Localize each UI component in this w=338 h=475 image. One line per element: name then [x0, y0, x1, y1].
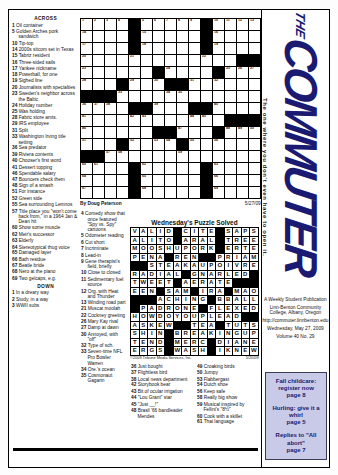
- grid-cell-r12c14[interactable]: [237, 151, 248, 162]
- grid-cell-r14c7[interactable]: [153, 175, 164, 186]
- grid-cell-r7c4[interactable]: 33: [117, 91, 128, 102]
- grid-cell-r14c4[interactable]: [117, 175, 128, 186]
- grid-cell-r11c10[interactable]: 55: [189, 139, 200, 150]
- solved-cell-r11c15: [250, 313, 258, 321]
- cell-number-66: 66: [214, 174, 218, 177]
- clue-number: 23: [12, 91, 19, 96]
- grid-cell-r3c1[interactable]: 17: [81, 43, 92, 54]
- cell-number-32: 32: [214, 78, 218, 81]
- grid-cell-r5c11[interactable]: [201, 67, 212, 78]
- grid-cell-r13c2[interactable]: 61: [93, 163, 104, 174]
- grid-cell-r14c8[interactable]: [165, 175, 176, 186]
- grid-cell-r13c13[interactable]: [225, 163, 236, 174]
- clue-number: 54: [197, 383, 204, 388]
- grid-cell-r2c14[interactable]: [237, 31, 248, 42]
- cell-number-47: 47: [178, 126, 182, 129]
- solved-cell-r8c13: M: [233, 288, 241, 296]
- grid-cell-r13c8[interactable]: [165, 163, 176, 174]
- clue-down-60: 60 Cook with a skillet: [197, 413, 259, 418]
- grid-cell-r7c14[interactable]: [237, 91, 248, 102]
- grid-cell-r5c3[interactable]: [105, 67, 116, 78]
- grid-cell-r1c7[interactable]: 6: [153, 19, 164, 30]
- clue-number: 25: [12, 109, 19, 114]
- clue-across-69: 69 Two gelcaps, e.g.: [12, 276, 79, 281]
- clue-down-43: 43 Bit of ocular irrigation: [131, 389, 194, 394]
- clue-number: 5: [12, 29, 16, 34]
- clue-number: 60: [197, 413, 204, 418]
- grid-cell-r2c6[interactable]: 15: [141, 31, 152, 42]
- grid-cell-r14c14[interactable]: [237, 175, 248, 186]
- grid-cell-r1c4[interactable]: 4: [117, 19, 128, 30]
- solved-cell-r6c3: D: [148, 271, 156, 279]
- solved-cell-r13c9: A: [199, 330, 207, 338]
- grid-cell-r3c7[interactable]: [153, 43, 164, 54]
- clue-down-26: 26 Mary Kay rival: [81, 319, 127, 324]
- grid-cell-r1c13[interactable]: 11: [225, 19, 236, 30]
- grid-cell-r8c2[interactable]: 37: [93, 103, 104, 114]
- grid-cell-r6c6[interactable]: [141, 79, 152, 90]
- cell-number-50: 50: [250, 126, 254, 129]
- across-clues-column: ACROSS 1 Oil container5 Golden Arches po…: [12, 15, 79, 309]
- grid-cell-r4c15: [249, 55, 260, 66]
- grid-cell-r1c10[interactable]: 9: [189, 19, 200, 30]
- grid-cell-r12c3[interactable]: 57: [105, 151, 116, 162]
- grid-cell-r15c6[interactable]: 68: [141, 187, 152, 198]
- grid-cell-r6c7[interactable]: 30: [153, 79, 164, 90]
- grid-cell-r11c7[interactable]: 53: [153, 139, 164, 150]
- grid-cell-r10c13[interactable]: 48: [225, 127, 236, 138]
- clue-number: 51: [12, 190, 19, 195]
- grid-cell-r11c13[interactable]: [225, 139, 236, 150]
- grid-cell-r5c9[interactable]: [177, 67, 188, 78]
- cell-number-63: 63: [214, 162, 218, 165]
- grid-cell-r9c1[interactable]: 41: [81, 115, 92, 126]
- grid-cell-r4c7[interactable]: [153, 55, 164, 66]
- grid-cell-r12c10[interactable]: [189, 151, 200, 162]
- clue-number: 14: [12, 47, 19, 52]
- grid-cell-r13c9[interactable]: [177, 163, 188, 174]
- grid-cell-r7c11[interactable]: [201, 91, 212, 102]
- grid-cell-r3c14[interactable]: [237, 43, 248, 54]
- grid-cell-r5c14[interactable]: 26: [237, 67, 248, 78]
- grid-cell-r3c6[interactable]: 18: [141, 43, 152, 54]
- grid-cell-r1c8[interactable]: 7: [165, 19, 176, 30]
- grid-cell-r15c2[interactable]: [93, 187, 104, 198]
- grid-cell-r13c14[interactable]: [237, 163, 248, 174]
- grid-cell-r13c10[interactable]: [189, 163, 200, 174]
- grid-cell-r13c6[interactable]: 62: [141, 163, 152, 174]
- solved-cell-r6c11: R: [216, 271, 224, 279]
- grid-cell-r1c6[interactable]: 5: [141, 19, 152, 30]
- grid-cell-r9c14: [237, 115, 248, 126]
- grid-cell-r13c4[interactable]: [117, 163, 128, 174]
- grid-cell-r12c11[interactable]: [201, 151, 212, 162]
- grid-cell-r2c10[interactable]: [189, 31, 200, 42]
- grid-cell-r4c3[interactable]: [105, 55, 116, 66]
- crossword-grid[interactable]: 1234567891011121314151617181920212223242…: [80, 18, 261, 199]
- solved-cell-r7c12: E: [225, 279, 233, 287]
- grid-cell-r5c1[interactable]: 23: [81, 67, 92, 78]
- grid-cell-r13c12[interactable]: 63: [213, 163, 224, 174]
- clue-down-21: 21 Muscat moolah: [81, 306, 127, 311]
- solved-cell-r14c11: D: [216, 339, 224, 347]
- grid-cell-r3c15[interactable]: [249, 43, 260, 54]
- grid-cell-r8c4[interactable]: [117, 103, 128, 114]
- grid-cell-r15c14[interactable]: [237, 187, 248, 198]
- grid-cell-r11c6[interactable]: [141, 139, 152, 150]
- grid-cell-r10c9[interactable]: 47: [177, 127, 188, 138]
- grid-cell-r7c10[interactable]: [189, 91, 200, 102]
- cell-number-19: 19: [214, 42, 218, 45]
- grid-cell-r1c1[interactable]: 1: [81, 19, 92, 30]
- grid-cell-r1c14[interactable]: 12: [237, 19, 248, 30]
- solved-cell-r2c7: A: [182, 237, 190, 245]
- solved-cell-r11c3: W: [148, 313, 156, 321]
- down-clues-column-2: 4 Comedy show that once featured "Spy vs…: [81, 211, 127, 385]
- grid-cell-r6c15[interactable]: [249, 79, 260, 90]
- grid-cell-r8c15[interactable]: [249, 103, 260, 114]
- grid-cell-r5c10[interactable]: [189, 67, 200, 78]
- clue-across-66: 66 Bath residue: [12, 257, 79, 262]
- cell-number-55: 55: [190, 138, 194, 141]
- grid-cell-r3c3[interactable]: [105, 43, 116, 54]
- clue-number: 41: [12, 165, 19, 170]
- grid-cell-r12c5[interactable]: [129, 151, 140, 162]
- solved-cell-r2c3: I: [148, 237, 156, 245]
- grid-cell-r4c10[interactable]: [189, 55, 200, 66]
- grid-cell-r5c2[interactable]: [93, 67, 104, 78]
- clue-across-65: 65 Damaged layer: [12, 251, 79, 256]
- grid-cell-r11c5[interactable]: 52: [129, 139, 140, 150]
- grid-cell-r2c15[interactable]: [249, 31, 260, 42]
- clue-across-40: 40 Chooser's first word: [12, 158, 79, 163]
- solved-cell-r5c8: A: [191, 262, 199, 270]
- grid-cell-r9c4[interactable]: [117, 115, 128, 126]
- clue-number: 61: [197, 420, 204, 425]
- grid-cell-r7c2: [93, 91, 104, 102]
- grid-cell-r13c7[interactable]: [153, 163, 164, 174]
- solved-cell-r12c10: A: [208, 322, 216, 330]
- grid-cell-r14c15[interactable]: [249, 175, 260, 186]
- grid-cell-r2c4[interactable]: [117, 31, 128, 42]
- solved-cell-r9c6: H: [174, 296, 182, 304]
- grid-cell-r11c2[interactable]: [93, 139, 104, 150]
- grid-cell-r6c1[interactable]: 28: [81, 79, 92, 90]
- grid-cell-r5c6[interactable]: [141, 67, 152, 78]
- cell-number-68: 68: [142, 186, 146, 189]
- grid-cell-r9c2[interactable]: [93, 115, 104, 126]
- clue-number: 60: [12, 226, 19, 231]
- byline-row: By Doug Peterson 5/27/09: [80, 201, 261, 206]
- grid-cell-r6c12[interactable]: 32: [213, 79, 224, 90]
- grid-cell-r9c12[interactable]: [213, 115, 224, 126]
- grid-cell-r2c3[interactable]: [105, 31, 116, 42]
- clue-number: 59: [197, 402, 204, 407]
- grid-cell-r14c12[interactable]: 66: [213, 175, 224, 186]
- grid-cell-r12c6[interactable]: [141, 151, 152, 162]
- grid-cell-r9c8[interactable]: [165, 115, 176, 126]
- grid-cell-r6c5[interactable]: 29: [129, 79, 140, 90]
- grid-cell-r7c15[interactable]: [249, 91, 260, 102]
- grid-cell-r4c5[interactable]: 21: [129, 55, 140, 66]
- promo-item-3[interactable]: Replies to "All abort"page 7: [266, 432, 326, 453]
- grid-cell-r9c9[interactable]: [177, 115, 188, 126]
- grid-cell-r9c11[interactable]: 45: [201, 115, 212, 126]
- clue-number: 68: [12, 269, 19, 274]
- grid-cell-r9c5[interactable]: 42: [129, 115, 140, 126]
- solved-cell-r1c1: V: [131, 228, 139, 236]
- clue-across-28: 28 Fabric store amts.: [12, 115, 79, 120]
- grid-cell-r1c2[interactable]: 2: [93, 19, 104, 30]
- grid-cell-r8c1[interactable]: 36: [81, 103, 92, 114]
- grid-cell-r14c1[interactable]: 64: [81, 175, 92, 186]
- solved-cell-r1c2: A: [140, 228, 148, 236]
- cell-number-4: 4: [118, 18, 120, 21]
- solved-cell-r2c11: [216, 237, 224, 245]
- grid-cell-r8c12[interactable]: 40: [213, 103, 224, 114]
- grid-cell-r13c15[interactable]: [249, 163, 260, 174]
- solved-cell-r3c13: R: [233, 245, 241, 253]
- grid-cell-r10c15[interactable]: 50: [249, 127, 260, 138]
- grid-cell-r14c2[interactable]: [93, 175, 104, 186]
- grid-cell-r10c2[interactable]: [93, 127, 104, 138]
- grid-cell-r8c8[interactable]: [165, 103, 176, 114]
- grid-cell-r3c12[interactable]: 19: [213, 43, 224, 54]
- solved-cell-r14c9: C: [199, 339, 207, 347]
- grid-cell-r3c8[interactable]: [165, 43, 176, 54]
- grid-cell-r13c3[interactable]: [105, 163, 116, 174]
- grid-cell-r10c5[interactable]: [129, 127, 140, 138]
- solved-cell-r15c15: W: [250, 347, 258, 355]
- clue-across-20: 20 Journalists with specialties: [12, 85, 79, 90]
- grid-cell-r11c8[interactable]: 54: [165, 139, 176, 150]
- cell-number-24: 24: [166, 66, 170, 69]
- grid-cell-r11c14[interactable]: [237, 139, 248, 150]
- clue-down-59: 59 Musical inspired by Fellini's "8½": [197, 402, 259, 413]
- grid-cell-r12c12[interactable]: [213, 151, 224, 162]
- clue-number: 39: [12, 152, 19, 157]
- grid-cell-r7c1: [81, 91, 92, 102]
- grid-cell-r10c6[interactable]: [141, 127, 152, 138]
- cell-number-17: 17: [82, 42, 86, 45]
- grid-cell-r5c15[interactable]: 27: [249, 67, 260, 78]
- grid-cell-r4c12[interactable]: [213, 55, 224, 66]
- clue-down-4: 4 Comedy show that once featured "Spy vs…: [81, 211, 127, 233]
- grid-cell-r7c7[interactable]: [153, 91, 164, 102]
- promo-item-1[interactable]: Fall childcare: register nowpage 8: [266, 378, 326, 399]
- solved-cell-r8c1: E: [131, 288, 139, 296]
- grid-cell-r12c15[interactable]: [249, 151, 260, 162]
- grid-cell-r15c3[interactable]: [105, 187, 116, 198]
- solved-cell-r11c7: O: [182, 313, 190, 321]
- grid-cell-r7c5[interactable]: [129, 91, 140, 102]
- grid-cell-r7c13[interactable]: [225, 91, 236, 102]
- clue-number: 21: [81, 306, 88, 311]
- grid-cell-r6c2[interactable]: [93, 79, 104, 90]
- clue-number: 28: [12, 115, 19, 120]
- grid-cell-r9c10[interactable]: 44: [189, 115, 200, 126]
- grid-cell-r3c2[interactable]: [93, 43, 104, 54]
- grid-cell-r10c4[interactable]: [117, 127, 128, 138]
- solved-cell-r1c14: P: [242, 228, 250, 236]
- pub-url[interactable]: http://commuter.linnbenton.edu: [261, 318, 330, 323]
- grid-cell-r6c10[interactable]: 31: [189, 79, 200, 90]
- grid-cell-r5c8[interactable]: 24: [165, 67, 176, 78]
- grid-cell-r2c12[interactable]: 16: [213, 31, 224, 42]
- grid-cell-r9c3[interactable]: [105, 115, 116, 126]
- grid-cell-r7c9[interactable]: 35: [177, 91, 188, 102]
- clue-across-39: 39 Riviera contents: [12, 152, 79, 157]
- clue-across-16: 16 Three-sided sails: [12, 60, 79, 65]
- clue-down-34: 34 Ore.'s ocean: [81, 367, 127, 372]
- grid-cell-r2c13[interactable]: [225, 31, 236, 42]
- grid-cell-r6c14[interactable]: [237, 79, 248, 90]
- grid-cell-r3c13[interactable]: [225, 43, 236, 54]
- grid-cell-r12c9[interactable]: 59: [177, 151, 188, 162]
- cell-number-9: 9: [190, 18, 192, 21]
- clue-across-25: 25 Was holding: [12, 109, 79, 114]
- grid-cell-r7c6[interactable]: [141, 91, 152, 102]
- solved-cell-r7c13: [233, 279, 241, 287]
- grid-cell-r3c4[interactable]: [117, 43, 128, 54]
- promo-item-2[interactable]: Hurling: give it a whirlpage 5: [266, 405, 326, 426]
- grid-cell-r4c4[interactable]: [117, 55, 128, 66]
- grid-cell-r12c7[interactable]: [153, 151, 164, 162]
- grid-cell-r5c13[interactable]: 25: [225, 67, 236, 78]
- grid-cell-r1c9[interactable]: 8: [177, 19, 188, 30]
- across-clue-list: 1 Oil container5 Golden Arches pork sand…: [12, 23, 79, 281]
- grid-cell-r9c7[interactable]: [153, 115, 164, 126]
- grid-cell-r14c3[interactable]: [105, 175, 116, 186]
- grid-cell-r8c14[interactable]: [237, 103, 248, 114]
- grid-cell-r7c8[interactable]: 34: [165, 91, 176, 102]
- pub-org: Linn-Benton Community College, Albany, O…: [261, 305, 330, 315]
- solved-cell-r13c5: [165, 330, 173, 338]
- grid-cell-r1c15[interactable]: 13: [249, 19, 260, 30]
- grid-cell-r15c7[interactable]: [153, 187, 164, 198]
- clue-number: 2: [12, 297, 16, 302]
- grid-cell-r8c9[interactable]: [177, 103, 188, 114]
- grid-cell-r11c15[interactable]: [249, 139, 260, 150]
- clue-across-10: 10 Tip-top: [12, 41, 79, 46]
- solved-cell-r7c11: T: [216, 279, 224, 287]
- grid-cell-r14c10[interactable]: [189, 175, 200, 186]
- grid-cell-r15c13[interactable]: [225, 187, 236, 198]
- grid-cell-r12c13[interactable]: [225, 151, 236, 162]
- grid-cell-r10c3[interactable]: [105, 127, 116, 138]
- grid-cell-r15c9[interactable]: [177, 187, 188, 198]
- grid-cell-r13c1[interactable]: 60: [81, 163, 92, 174]
- grid-cell-r4c1[interactable]: 20: [81, 55, 92, 66]
- solved-cell-r1c12: S: [225, 228, 233, 236]
- clue-number: 58: [197, 395, 204, 400]
- clue-across-63: 63 Elderly: [12, 238, 79, 243]
- clue-number: 35: [81, 373, 88, 378]
- grid-cell-r14c6[interactable]: 65: [141, 175, 152, 186]
- grid-cell-r11c3[interactable]: [105, 139, 116, 150]
- clue-down-9: 9 Gene therapist's field, briefly: [81, 259, 127, 270]
- solved-cell-r8c6: A: [174, 288, 182, 296]
- solved-cell-r6c14: D: [242, 271, 250, 279]
- clue-across-47: 47 Bouncers check them: [12, 177, 79, 182]
- grid-cell-r14c9[interactable]: [177, 175, 188, 186]
- grid-cell-r4c9[interactable]: [177, 55, 188, 66]
- grid-cell-r1c11: [201, 19, 212, 30]
- grid-cell-r5c4[interactable]: [117, 67, 128, 78]
- grid-cell-r4c13[interactable]: [225, 55, 236, 66]
- grid-cell-r10c10[interactable]: [189, 127, 200, 138]
- clue-down-6: 6 Cut short: [81, 240, 127, 245]
- grid-cell-r11c12[interactable]: 56: [213, 139, 224, 150]
- grid-cell-r15c4[interactable]: [117, 187, 128, 198]
- clue-number: 42: [131, 383, 138, 388]
- grid-cell-r4c8[interactable]: [165, 55, 176, 66]
- grid-cell-r2c9[interactable]: [177, 31, 188, 42]
- grid-cell-r2c1[interactable]: 14: [81, 31, 92, 42]
- grid-cell-r2c8[interactable]: [165, 31, 176, 42]
- grid-cell-r3c9[interactable]: [177, 43, 188, 54]
- clue-number: 26: [81, 319, 88, 324]
- solved-cell-r4c1: P: [131, 254, 139, 262]
- promo-page: page 5: [268, 419, 324, 426]
- grid-cell-r7c12[interactable]: [213, 91, 224, 102]
- solved-cell-r2c1: A: [131, 237, 139, 245]
- grid-cell-r1c3[interactable]: 3: [105, 19, 116, 30]
- grid-cell-r4c2[interactable]: [93, 55, 104, 66]
- solved-cell-r6c9: N: [199, 271, 207, 279]
- grid-cell-r15c10[interactable]: [189, 187, 200, 198]
- grid-cell-r15c1[interactable]: 67: [81, 187, 92, 198]
- grid-cell-r12c8[interactable]: [165, 151, 176, 162]
- grid-cell-r2c2[interactable]: [93, 31, 104, 42]
- grid-cell-r8c13[interactable]: [225, 103, 236, 114]
- grid-cell-r10c14[interactable]: 49: [237, 127, 248, 138]
- clue-down-3: 3 WWII subs: [12, 303, 79, 308]
- grid-cell-r9c6[interactable]: 43: [141, 115, 152, 126]
- grid-cell-r15c8[interactable]: [165, 187, 176, 198]
- grid-cell-r11c11[interactable]: [201, 139, 212, 150]
- grid-cell-r15c12[interactable]: 69: [213, 187, 224, 198]
- grid-cell-r5c5[interactable]: [129, 67, 140, 78]
- grid-cell-r4c6[interactable]: [141, 55, 152, 66]
- grid-cell-r10c1[interactable]: 46: [81, 127, 92, 138]
- solved-cell-r12c15: S: [250, 322, 258, 330]
- grid-cell-r12c4[interactable]: 58: [117, 151, 128, 162]
- grid-cell-r3c10[interactable]: [189, 43, 200, 54]
- logo-the: THE: [294, 10, 309, 41]
- grid-cell-r6c11[interactable]: [201, 79, 212, 90]
- grid-cell-r15c15[interactable]: [249, 187, 260, 198]
- grid-cell-r4c11[interactable]: 22: [201, 55, 212, 66]
- clue-down-2: 2 Study, in a way: [12, 297, 79, 302]
- grid-cell-r6c3[interactable]: [105, 79, 116, 90]
- grid-cell-r6c13[interactable]: [225, 79, 236, 90]
- grid-cell-r14c13[interactable]: [225, 175, 236, 186]
- solved-cell-r10c3: A: [148, 305, 156, 313]
- cell-number-59: 59: [178, 150, 182, 153]
- grid-cell-r2c7[interactable]: [153, 31, 164, 42]
- grid-cell-r8c7[interactable]: 39: [153, 103, 164, 114]
- clue-down-44: 44 "Lou Grant" star: [131, 395, 194, 400]
- promo-box: Fall childcare: register nowpage 8Hurlin…: [265, 372, 327, 460]
- grid-cell-r13c11: [201, 163, 212, 174]
- grid-cell-r10c11[interactable]: [201, 127, 212, 138]
- grid-cell-r1c12[interactable]: 10: [213, 19, 224, 30]
- pub-date: Wednesday, May 27, 2009: [261, 326, 330, 331]
- clue-number: 36: [12, 146, 19, 151]
- grid-cell-r11c1[interactable]: 51: [81, 139, 92, 150]
- grid-cell-r8c3[interactable]: 38: [105, 103, 116, 114]
